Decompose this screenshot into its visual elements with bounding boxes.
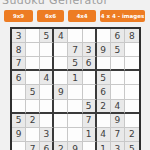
cell-r2c6: 3 — [83, 43, 97, 57]
cell-r1c7 — [97, 29, 111, 43]
cell-r5c3 — [40, 85, 54, 99]
cell-r9c1 — [12, 142, 26, 150]
cell-r8c8: 7 — [111, 128, 125, 142]
cell-r4c9 — [125, 71, 139, 85]
cell-r8c9: 2 — [125, 128, 139, 142]
cell-r9c8: 3 — [111, 142, 125, 150]
cell-r7c8: 9 — [111, 114, 125, 128]
cell-r5c5 — [68, 85, 82, 99]
cell-r4c5: 1 — [68, 71, 82, 85]
cell-r6c8: 4 — [111, 100, 125, 114]
cell-r7c6: 7 — [83, 114, 97, 128]
cell-r1c3: 5 — [40, 29, 54, 43]
cell-r2c5: 7 — [68, 43, 82, 57]
page: Sudoku Generator 9x9 6x6 4x4 4 x 4 - ima… — [0, 0, 150, 150]
cell-r1c6 — [83, 29, 97, 43]
cell-r4c1: 6 — [12, 71, 26, 85]
cell-r8c1: 9 — [12, 128, 26, 142]
cell-r2c7: 9 — [97, 43, 111, 57]
cell-r6c9 — [125, 100, 139, 114]
cell-r4c8 — [111, 71, 125, 85]
cell-r3c9 — [125, 57, 139, 71]
cell-r4c2 — [26, 71, 40, 85]
cell-r7c7 — [97, 114, 111, 128]
cell-r4c4 — [54, 71, 68, 85]
cell-r5c8 — [111, 85, 125, 99]
cell-r5c6 — [83, 85, 97, 99]
cell-r8c4 — [54, 128, 68, 142]
cell-r1c5 — [68, 29, 82, 43]
cell-r6c3 — [40, 100, 54, 114]
cell-r1c1: 3 — [12, 29, 26, 43]
cell-r2c9 — [125, 43, 139, 57]
cell-r7c9 — [125, 114, 139, 128]
cell-r1c4: 4 — [54, 29, 68, 43]
cell-r9c9: 5 — [125, 142, 139, 150]
cell-r7c1: 5 — [12, 114, 26, 128]
cell-r1c9: 8 — [125, 29, 139, 43]
cell-r9c7: 1 — [97, 142, 111, 150]
cell-r9c4: 2 — [54, 142, 68, 150]
cell-r3c1: 7 — [12, 57, 26, 71]
cell-r3c7 — [97, 57, 111, 71]
cell-r9c5: 9 — [68, 142, 82, 150]
cell-r8c7: 4 — [97, 128, 111, 142]
cell-r5c2: 5 — [26, 85, 40, 99]
cell-r6c5 — [68, 100, 82, 114]
cell-r3c2 — [26, 57, 40, 71]
size-4x4-button[interactable]: 4x4 — [68, 10, 96, 22]
cell-r5c1 — [12, 85, 26, 99]
cell-r1c2 — [26, 29, 40, 43]
cell-r3c6: 6 — [83, 57, 97, 71]
cell-r4c6 — [83, 71, 97, 85]
cell-r6c6: 5 — [83, 100, 97, 114]
cell-r4c7: 5 — [97, 71, 111, 85]
cell-r6c7: 2 — [97, 100, 111, 114]
cell-r4c3: 4 — [40, 71, 54, 85]
cell-r9c2: 7 — [26, 142, 40, 150]
cell-r2c2 — [26, 43, 40, 57]
cell-r3c3 — [40, 57, 54, 71]
cell-r8c6: 1 — [83, 128, 97, 142]
cell-r8c3: 3 — [40, 128, 54, 142]
cell-r1c8: 6 — [111, 29, 125, 43]
cell-r7c3 — [40, 114, 54, 128]
cell-r3c5: 5 — [68, 57, 82, 71]
cell-r5c9 — [125, 85, 139, 99]
size-9x9-button[interactable]: 9x9 — [4, 10, 33, 22]
cell-r5c4: 9 — [54, 85, 68, 99]
cell-r9c6 — [83, 142, 97, 150]
size-6x6-button[interactable]: 6x6 — [37, 10, 64, 22]
cell-r9c3: 6 — [40, 142, 54, 150]
toolbar: 9x9 6x6 4x4 4 x 4 - images — [4, 10, 145, 22]
cell-r6c2 — [26, 100, 40, 114]
cell-r2c3 — [40, 43, 54, 57]
cell-r3c8 — [111, 57, 125, 71]
size-4x4-images-button[interactable]: 4 x 4 - images — [100, 10, 145, 22]
cell-r8c2 — [26, 128, 40, 142]
page-title: Sudoku Generator — [2, 0, 108, 6]
cell-r7c2: 2 — [26, 114, 40, 128]
cell-r6c4 — [54, 100, 68, 114]
cell-r8c5 — [68, 128, 82, 142]
cell-r6c1 — [12, 100, 26, 114]
cell-r2c4 — [54, 43, 68, 57]
cell-r2c8: 5 — [111, 43, 125, 57]
cell-r7c4 — [54, 114, 68, 128]
cell-r3c4 — [54, 57, 68, 71]
cell-r2c1: 8 — [12, 43, 26, 57]
cell-r5c7: 6 — [97, 85, 111, 99]
cell-r7c5 — [68, 114, 82, 128]
sudoku-grid: 3546887395756641559652452799314727629135 — [10, 27, 141, 150]
